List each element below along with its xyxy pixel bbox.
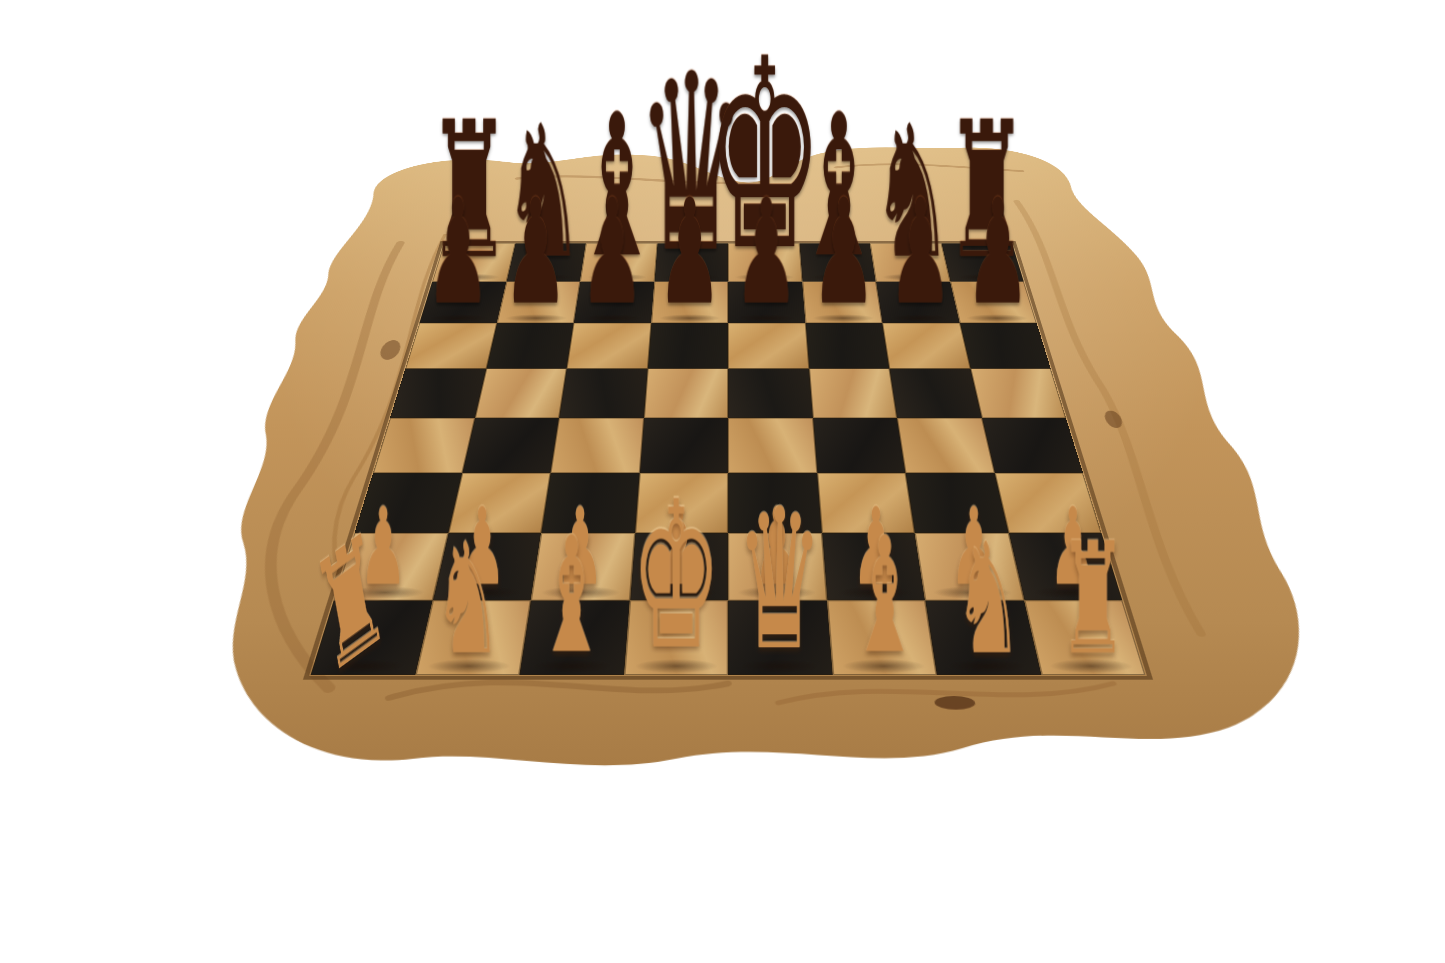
black-pawn-d7[interactable]: ♟ xyxy=(657,183,722,322)
square-g1[interactable]: ♞ xyxy=(925,600,1041,675)
black-pawn-e7[interactable]: ♟ xyxy=(734,183,799,322)
square-d7[interactable]: ♟ xyxy=(651,281,728,323)
square-h1[interactable]: ♜ xyxy=(1024,600,1146,675)
black-pawn-f7[interactable]: ♟ xyxy=(811,183,876,322)
board-scene: ♜♞♝♛♚♝♞♜♟♟♟♟♟♟♟♟♟♟♟♟♟♟♟♟♜♞♝♚♛♝♞♜ xyxy=(208,0,1248,960)
square-f1[interactable]: ♝ xyxy=(827,600,937,675)
square-d1[interactable]: ♚ xyxy=(624,600,728,675)
square-e7[interactable]: ♟ xyxy=(728,281,805,323)
square-c7[interactable]: ♟ xyxy=(574,281,654,323)
square-e1[interactable]: ♛ xyxy=(728,600,832,675)
white-bishop-f1[interactable]: ♝ xyxy=(848,520,920,672)
white-rook-h1[interactable]: ♜ xyxy=(1058,526,1127,672)
white-bishop-c1[interactable]: ♝ xyxy=(536,520,608,672)
black-pawn-c7[interactable]: ♟ xyxy=(580,183,645,322)
black-pawn-b7[interactable]: ♟ xyxy=(503,183,568,322)
square-b1[interactable]: ♞ xyxy=(415,600,531,675)
square-g7[interactable]: ♟ xyxy=(876,281,960,323)
board-plane: ♜♞♝♛♚♝♞♜♟♟♟♟♟♟♟♟♟♟♟♟♟♟♟♟♜♞♝♚♛♝♞♜ xyxy=(0,129,1445,898)
square-b7[interactable]: ♟ xyxy=(497,281,581,323)
white-king-d1[interactable]: ♚ xyxy=(630,479,721,672)
white-knight-g1[interactable]: ♞ xyxy=(954,526,1023,672)
black-pawn-g7[interactable]: ♟ xyxy=(888,183,953,322)
square-a1[interactable]: ♜ xyxy=(311,600,433,675)
white-knight-b1[interactable]: ♞ xyxy=(433,526,502,672)
photo-background: ♜♞♝♛♚♝♞♜♟♟♟♟♟♟♟♟♟♟♟♟♟♟♟♟♜♞♝♚♛♝♞♜ xyxy=(0,0,1445,963)
black-pawn-a7[interactable]: ♟ xyxy=(426,183,491,322)
square-f7[interactable]: ♟ xyxy=(802,281,882,323)
black-pawn-h7[interactable]: ♟ xyxy=(965,183,1030,322)
square-c1[interactable]: ♝ xyxy=(519,600,629,675)
white-queen-e1[interactable]: ♛ xyxy=(736,488,823,673)
